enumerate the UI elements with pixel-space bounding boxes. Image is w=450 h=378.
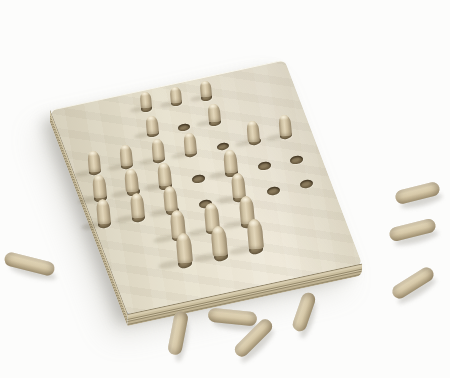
peg-r2c3[interactable] bbox=[145, 115, 158, 134]
hole-r4c7[interactable] bbox=[290, 155, 304, 165]
hole-r5c7[interactable] bbox=[300, 179, 314, 189]
peg-r3c1[interactable] bbox=[87, 151, 101, 173]
peg-r5c3[interactable] bbox=[163, 186, 178, 212]
peg-r3c2[interactable] bbox=[119, 145, 133, 167]
peg-r5c2[interactable] bbox=[129, 192, 144, 218]
peg-r3c6[interactable] bbox=[247, 121, 261, 143]
peg-r1c3[interactable] bbox=[139, 92, 151, 109]
peg-r1c5[interactable] bbox=[199, 81, 211, 98]
peg-r4c3[interactable] bbox=[157, 162, 172, 186]
scene bbox=[0, 0, 450, 378]
peg-r4c1[interactable] bbox=[92, 175, 107, 199]
pieces-layer bbox=[0, 0, 450, 378]
peg-r1c4[interactable] bbox=[169, 86, 181, 103]
peg-r3c4[interactable] bbox=[183, 133, 197, 155]
peg-r7c5[interactable] bbox=[246, 218, 263, 249]
hole-r4c6[interactable] bbox=[257, 161, 271, 171]
peg-r4c5[interactable] bbox=[223, 150, 238, 174]
peg-r7c4[interactable] bbox=[211, 225, 228, 256]
peg-r7c3[interactable] bbox=[175, 232, 192, 263]
hole-r2c4[interactable] bbox=[177, 123, 190, 132]
peg-r3c7[interactable] bbox=[278, 115, 292, 137]
hole-r5c6[interactable] bbox=[266, 186, 280, 196]
peg-r2c5[interactable] bbox=[207, 104, 220, 123]
peg-r5c5[interactable] bbox=[230, 173, 245, 199]
peg-r3c3[interactable] bbox=[151, 139, 165, 161]
hole-r4c4[interactable] bbox=[191, 173, 205, 183]
peg-r4c2[interactable] bbox=[124, 168, 139, 192]
peg-r5c1[interactable] bbox=[96, 199, 111, 225]
